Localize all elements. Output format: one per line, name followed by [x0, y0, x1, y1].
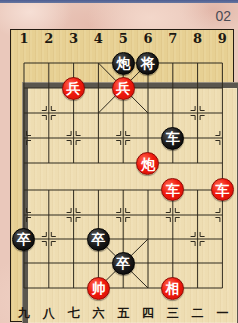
- red-general[interactable]: 帅: [87, 277, 110, 300]
- file-label-bottom-6: 四: [142, 305, 154, 322]
- file-label-top-7: 7: [168, 31, 177, 46]
- file-label-top-1: 1: [19, 31, 28, 46]
- file-label-bottom-2: 八: [43, 305, 55, 322]
- black-pawn[interactable]: 卒: [87, 228, 110, 251]
- file-label-bottom-7: 三: [167, 305, 179, 322]
- black-general[interactable]: 将: [136, 52, 159, 75]
- file-label-bottom-1: 九: [18, 305, 30, 322]
- black-cannon[interactable]: 炮: [112, 52, 135, 75]
- file-label-top-2: 2: [44, 31, 53, 46]
- file-label-bottom-9: 一: [216, 305, 228, 322]
- move-counter: 02: [215, 8, 231, 24]
- file-label-top-9: 9: [218, 31, 227, 46]
- page-background: 02 123456789 九八七六五四三二一 炮将兵兵车炮车车卒卒卒帅相: [0, 0, 238, 323]
- black-pawn[interactable]: 卒: [12, 228, 35, 251]
- pieces-layer: 炮将兵兵车炮车车卒卒卒帅相: [12, 51, 235, 301]
- file-label-bottom-8: 二: [192, 305, 204, 322]
- file-label-top-3: 3: [69, 31, 78, 46]
- red-cannon[interactable]: 炮: [136, 152, 159, 175]
- red-chariot[interactable]: 车: [211, 178, 234, 201]
- file-label-bottom-5: 五: [117, 305, 129, 322]
- file-label-bottom-4: 六: [92, 305, 104, 322]
- black-chariot[interactable]: 车: [161, 127, 184, 150]
- file-label-top-8: 8: [193, 31, 202, 46]
- file-label-bottom-3: 七: [68, 305, 80, 322]
- red-chariot[interactable]: 车: [161, 178, 184, 201]
- red-elephant[interactable]: 相: [161, 277, 184, 300]
- red-soldier[interactable]: 兵: [112, 77, 135, 100]
- file-label-top-4: 4: [94, 31, 103, 46]
- red-soldier[interactable]: 兵: [62, 77, 85, 100]
- title-bar: [0, 0, 238, 3]
- file-label-top-6: 6: [143, 31, 152, 46]
- file-label-top-5: 5: [119, 31, 128, 46]
- black-pawn[interactable]: 卒: [112, 252, 135, 275]
